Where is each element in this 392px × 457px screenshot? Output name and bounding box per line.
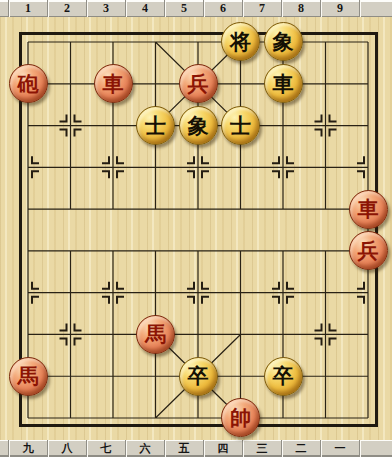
piece-black-soldier[interactable]: 卒 [264,357,303,396]
piece-red-horse[interactable]: 馬 [136,315,175,354]
file-label-top: 2 [47,0,86,17]
piece-black-general[interactable]: 将 [221,22,260,61]
file-label-bottom: 八 [47,440,86,457]
piece-black-elephant[interactable]: 象 [264,22,303,61]
piece-black-soldier[interactable]: 卒 [179,357,218,396]
coord-bar-spacer [0,440,8,457]
file-label-bottom: 三 [242,440,281,457]
piece-black-advisor[interactable]: 士 [136,106,175,145]
file-label-top: 7 [242,0,281,17]
xiangqi-board-grid: 将象砲車兵車士象士車兵馬馬卒卒帥 [7,21,390,439]
file-label-top: 5 [164,0,203,17]
file-label-bottom: 五 [164,440,203,457]
piece-red-cannon[interactable]: 砲 [9,64,48,103]
piece-red-general[interactable]: 帥 [221,398,260,437]
coord-bar-filler [359,0,392,17]
file-label-top: 4 [125,0,164,17]
file-label-top: 6 [203,0,242,17]
file-label-top: 8 [281,0,320,17]
coord-bar-spacer [0,0,8,17]
file-label-top: 9 [320,0,359,17]
file-label-bottom: 九 [8,440,47,457]
file-label-bottom: 七 [86,440,125,457]
piece-black-elephant[interactable]: 象 [179,106,218,145]
piece-black-advisor[interactable]: 士 [221,106,260,145]
coord-bar-filler [359,440,392,457]
xiangqi-board-window: 123456789 将象砲車兵車士象士車兵馬馬卒卒帥 九八七六五四三二一 [0,0,392,457]
piece-red-chariot[interactable]: 車 [94,64,133,103]
file-label-bottom: 六 [125,440,164,457]
file-label-top: 3 [86,0,125,17]
file-label-bottom: 四 [203,440,242,457]
file-label-top: 1 [8,0,47,17]
file-label-bottom: 一 [320,440,359,457]
piece-red-horse[interactable]: 馬 [9,357,48,396]
piece-red-chariot[interactable]: 車 [349,190,388,229]
top-coordinate-bar: 123456789 [0,0,392,17]
piece-red-soldier[interactable]: 兵 [179,64,218,103]
file-label-bottom: 二 [281,440,320,457]
piece-black-chariot[interactable]: 車 [264,64,303,103]
bottom-coordinate-bar: 九八七六五四三二一 [0,440,392,457]
piece-red-soldier[interactable]: 兵 [349,231,388,270]
